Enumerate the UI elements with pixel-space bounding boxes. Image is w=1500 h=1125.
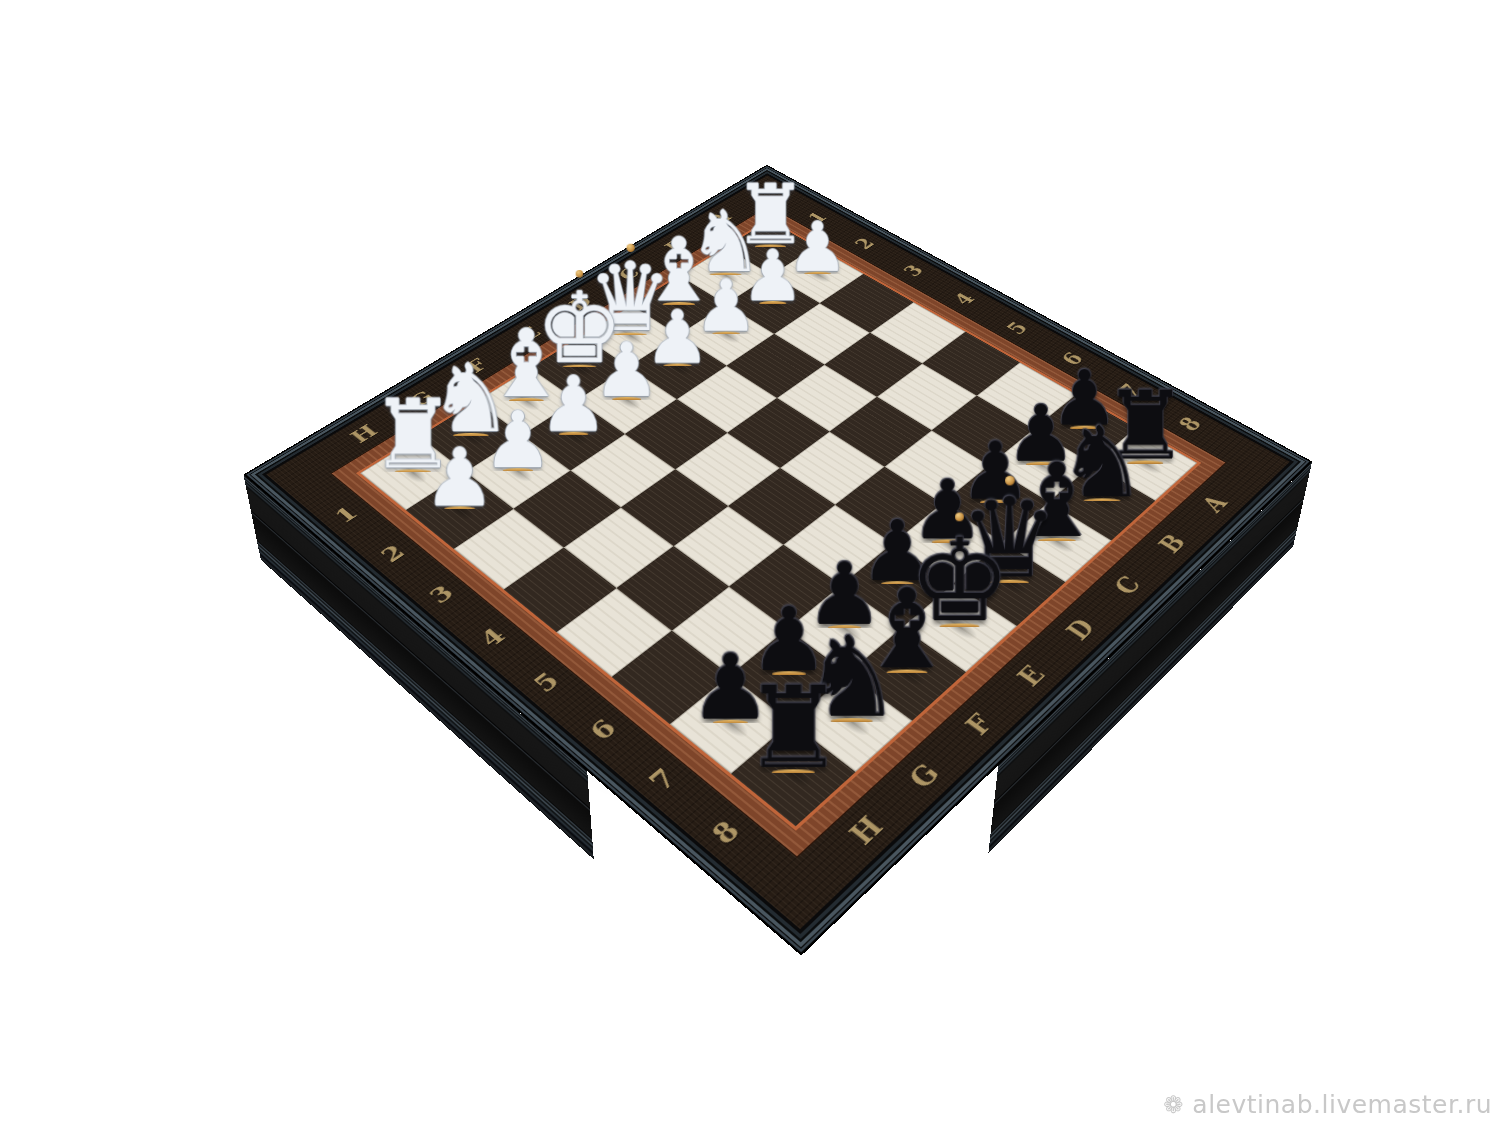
flower-icon: ❁ — [1163, 1093, 1183, 1117]
gold-finial — [1005, 476, 1015, 486]
rook-glyph: ♜ — [728, 671, 859, 784]
gold-finial — [955, 512, 964, 521]
board-top: 1234567812345678ABCDEFGHABCDEFGH ♜♟♟♜♞♟♟… — [243, 165, 1312, 956]
gold-finial — [626, 244, 634, 252]
watermark: ❁ alevtinab.livemaster.ru — [1163, 1090, 1492, 1119]
piece-stand: ♟ — [403, 395, 516, 510]
product-photo: 1234567812345678ABCDEFGHABCDEFGH ♜♟♟♜♞♟♟… — [0, 0, 1500, 1125]
gold-finial — [575, 270, 582, 277]
scene: 1234567812345678ABCDEFGHABCDEFGH ♜♟♟♜♞♟♟… — [0, 0, 1500, 1125]
piece-stand: ♜ — [728, 640, 859, 773]
watermark-text: alevtinab.livemaster.ru — [1192, 1090, 1492, 1119]
